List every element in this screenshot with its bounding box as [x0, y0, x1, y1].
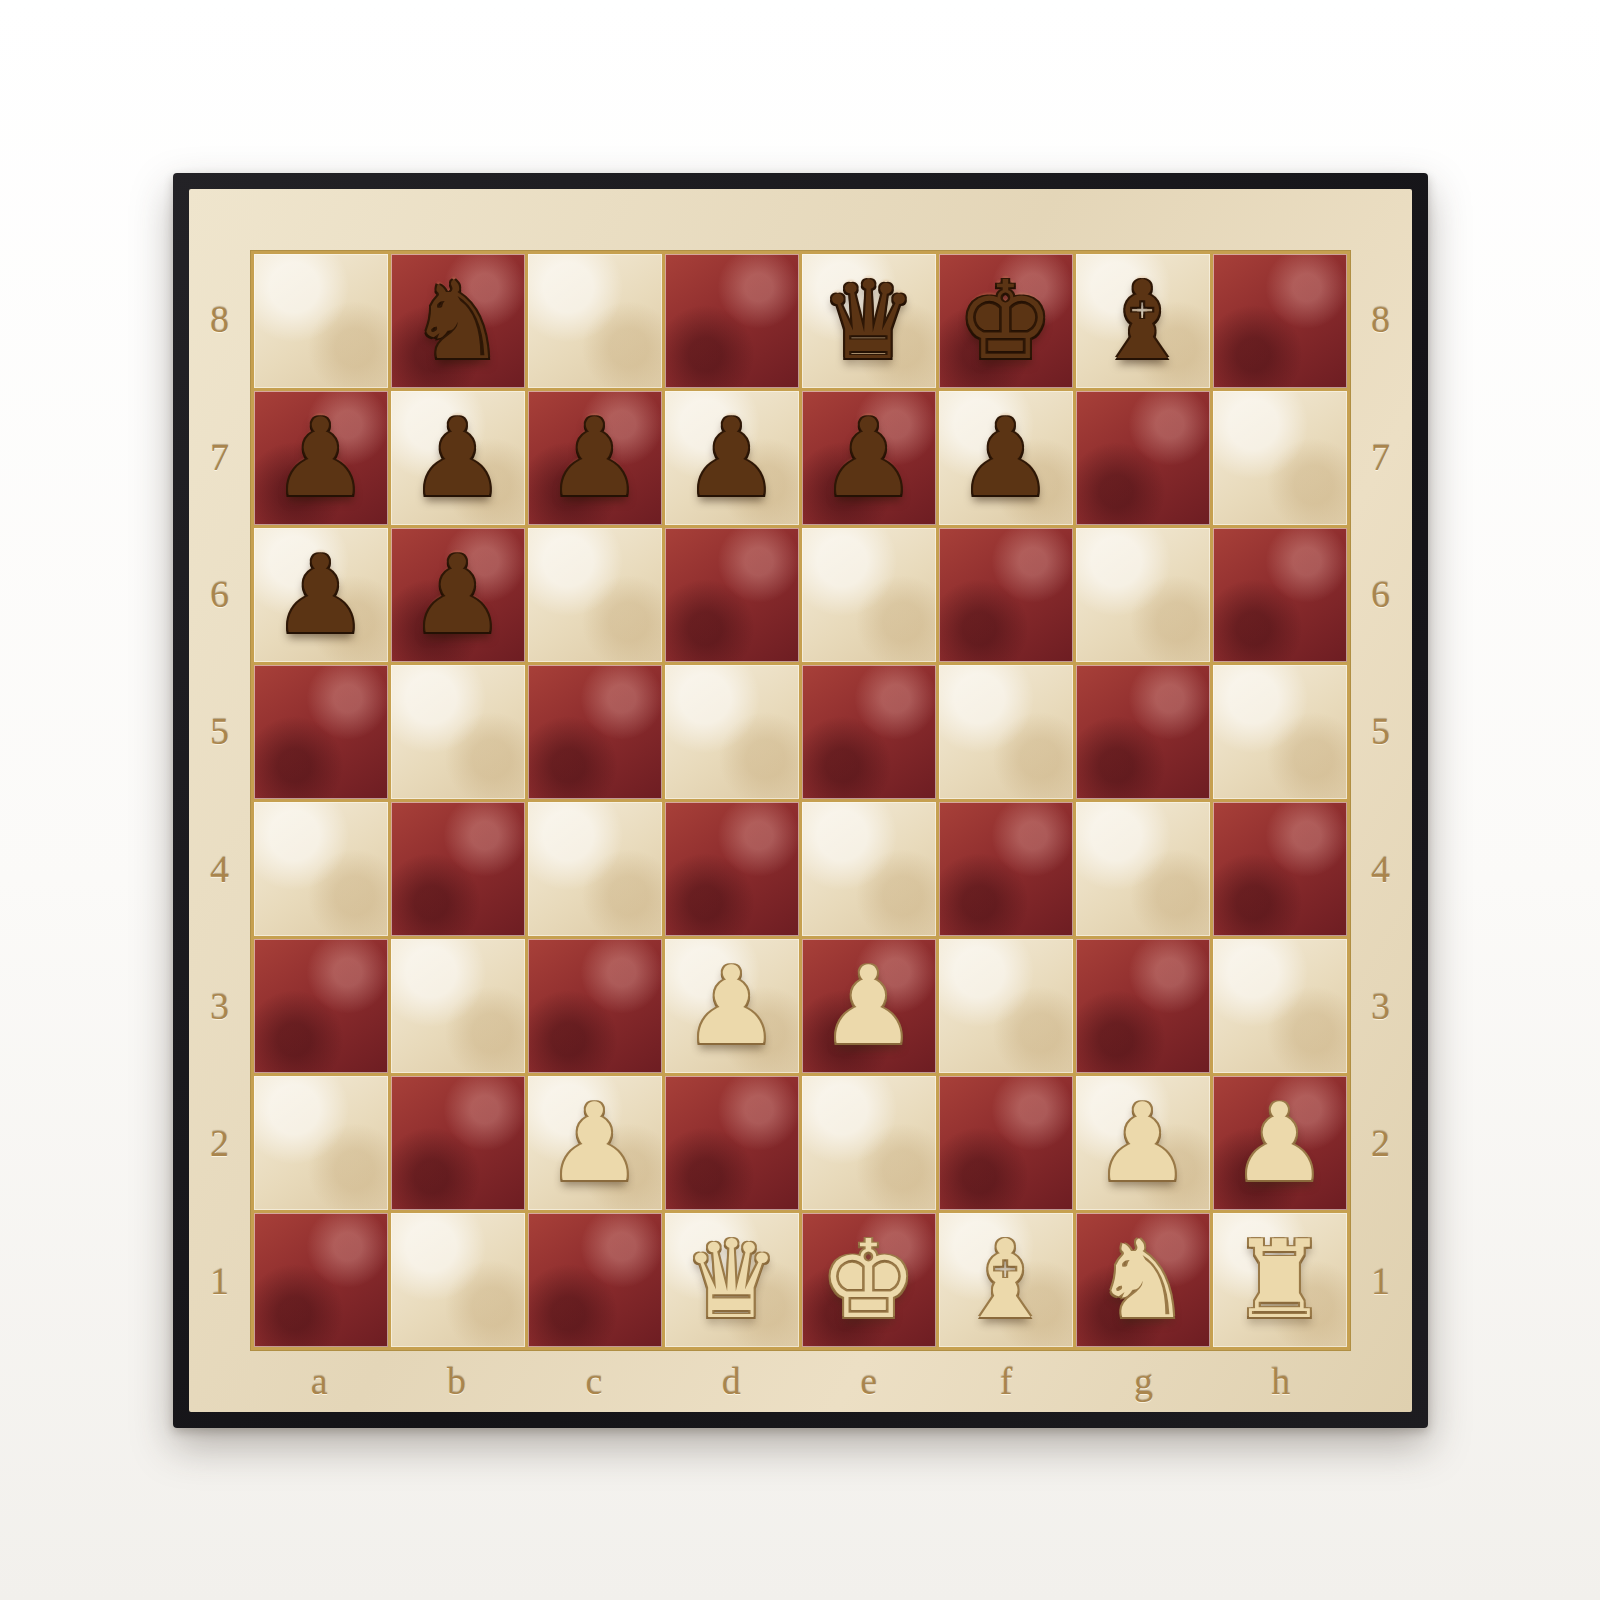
square-h5[interactable] — [1213, 665, 1347, 799]
square-e4[interactable] — [802, 802, 936, 936]
square-g5[interactable] — [1076, 665, 1210, 799]
rank-label-1: 1 — [1350, 1212, 1412, 1349]
square-b4[interactable] — [391, 802, 525, 936]
square-f3[interactable] — [939, 939, 1073, 1073]
rank-label-6: 6 — [1350, 525, 1412, 662]
rank-labels-left: 12345678 — [189, 251, 251, 1350]
square-f1[interactable]: ♝ — [939, 1213, 1073, 1347]
white-pawn[interactable]: ♟ — [665, 939, 799, 1073]
square-d1[interactable]: ♛ — [665, 1213, 799, 1347]
black-pawn[interactable]: ♟ — [391, 528, 525, 662]
black-pawn[interactable]: ♟ — [939, 391, 1073, 525]
square-g8[interactable]: ♝ — [1076, 254, 1210, 388]
square-b8[interactable]: ♞ — [391, 254, 525, 388]
square-e5[interactable] — [802, 665, 936, 799]
chessboard-marble-border: ♞♛♚♝♟♟♟♟♟♟♟♟♟♟♟♟♟♛♚♝♞♜ abcdefgh 12345678… — [189, 189, 1412, 1412]
square-g4[interactable] — [1076, 802, 1210, 936]
file-label-d: d — [663, 1350, 800, 1412]
square-h7[interactable] — [1213, 391, 1347, 525]
file-label-e: e — [800, 1350, 937, 1412]
file-labels-bottom: abcdefgh — [251, 1350, 1350, 1412]
file-label-b: b — [388, 1350, 525, 1412]
square-b1[interactable] — [391, 1213, 525, 1347]
square-h4[interactable] — [1213, 802, 1347, 936]
square-h6[interactable] — [1213, 528, 1347, 662]
square-f8[interactable]: ♚ — [939, 254, 1073, 388]
square-d6[interactable] — [665, 528, 799, 662]
square-c3[interactable] — [528, 939, 662, 1073]
black-pawn[interactable]: ♟ — [254, 391, 388, 525]
square-d4[interactable] — [665, 802, 799, 936]
rank-label-5: 5 — [189, 663, 251, 800]
white-pawn[interactable]: ♟ — [528, 1076, 662, 1210]
square-g6[interactable] — [1076, 528, 1210, 662]
black-bishop[interactable]: ♝ — [1076, 254, 1210, 388]
square-e7[interactable]: ♟ — [802, 391, 936, 525]
square-h8[interactable] — [1213, 254, 1347, 388]
square-c6[interactable] — [528, 528, 662, 662]
white-knight[interactable]: ♞ — [1076, 1213, 1210, 1347]
square-g1[interactable]: ♞ — [1076, 1213, 1210, 1347]
square-h2[interactable]: ♟ — [1213, 1076, 1347, 1210]
white-pawn[interactable]: ♟ — [1213, 1076, 1347, 1210]
rank-label-7: 7 — [1350, 388, 1412, 525]
square-d5[interactable] — [665, 665, 799, 799]
square-c4[interactable] — [528, 802, 662, 936]
white-pawn[interactable]: ♟ — [1076, 1076, 1210, 1210]
rank-label-5: 5 — [1350, 663, 1412, 800]
rank-label-2: 2 — [1350, 1075, 1412, 1212]
chessboard-frame: ♞♛♚♝♟♟♟♟♟♟♟♟♟♟♟♟♟♛♚♝♞♜ abcdefgh 12345678… — [173, 173, 1428, 1428]
rank-label-1: 1 — [189, 1212, 251, 1349]
square-f4[interactable] — [939, 802, 1073, 936]
rank-label-3: 3 — [1350, 937, 1412, 1074]
square-d3[interactable]: ♟ — [665, 939, 799, 1073]
file-label-a: a — [251, 1350, 388, 1412]
file-label-h: h — [1212, 1350, 1349, 1412]
square-a3[interactable] — [254, 939, 388, 1073]
file-label-c: c — [525, 1350, 662, 1412]
square-f6[interactable] — [939, 528, 1073, 662]
black-pawn[interactable]: ♟ — [665, 391, 799, 525]
square-g2[interactable]: ♟ — [1076, 1076, 1210, 1210]
square-f7[interactable]: ♟ — [939, 391, 1073, 525]
rank-label-7: 7 — [189, 388, 251, 525]
square-c5[interactable] — [528, 665, 662, 799]
rank-label-2: 2 — [189, 1075, 251, 1212]
rank-labels-right: 12345678 — [1350, 251, 1412, 1350]
square-e2[interactable] — [802, 1076, 936, 1210]
black-pawn[interactable]: ♟ — [254, 528, 388, 662]
rank-label-4: 4 — [1350, 800, 1412, 937]
black-king[interactable]: ♚ — [939, 254, 1073, 388]
square-c7[interactable]: ♟ — [528, 391, 662, 525]
rank-label-8: 8 — [189, 251, 251, 388]
square-a1[interactable] — [254, 1213, 388, 1347]
rank-label-8: 8 — [1350, 251, 1412, 388]
square-e1[interactable]: ♚ — [802, 1213, 936, 1347]
file-label-g: g — [1075, 1350, 1212, 1412]
square-b5[interactable] — [391, 665, 525, 799]
square-a6[interactable]: ♟ — [254, 528, 388, 662]
file-label-f: f — [937, 1350, 1074, 1412]
square-f5[interactable] — [939, 665, 1073, 799]
square-d2[interactable] — [665, 1076, 799, 1210]
black-queen[interactable]: ♛ — [802, 254, 936, 388]
white-queen[interactable]: ♛ — [665, 1213, 799, 1347]
white-king[interactable]: ♚ — [802, 1213, 936, 1347]
square-a4[interactable] — [254, 802, 388, 936]
black-pawn[interactable]: ♟ — [528, 391, 662, 525]
black-pawn[interactable]: ♟ — [391, 391, 525, 525]
black-knight[interactable]: ♞ — [391, 254, 525, 388]
white-rook[interactable]: ♜ — [1213, 1213, 1347, 1347]
square-h1[interactable]: ♜ — [1213, 1213, 1347, 1347]
square-c1[interactable] — [528, 1213, 662, 1347]
square-b2[interactable] — [391, 1076, 525, 1210]
square-e6[interactable] — [802, 528, 936, 662]
chessboard-grid: ♞♛♚♝♟♟♟♟♟♟♟♟♟♟♟♟♟♛♚♝♞♜ — [251, 251, 1350, 1350]
rank-label-4: 4 — [189, 800, 251, 937]
white-bishop[interactable]: ♝ — [939, 1213, 1073, 1347]
rank-label-3: 3 — [189, 937, 251, 1074]
square-b7[interactable]: ♟ — [391, 391, 525, 525]
square-b3[interactable] — [391, 939, 525, 1073]
square-a8[interactable] — [254, 254, 388, 388]
square-e8[interactable]: ♛ — [802, 254, 936, 388]
square-a5[interactable] — [254, 665, 388, 799]
rank-label-6: 6 — [189, 525, 251, 662]
square-h3[interactable] — [1213, 939, 1347, 1073]
square-g7[interactable] — [1076, 391, 1210, 525]
white-pawn[interactable]: ♟ — [802, 939, 936, 1073]
square-g3[interactable] — [1076, 939, 1210, 1073]
square-b6[interactable]: ♟ — [391, 528, 525, 662]
square-e3[interactable]: ♟ — [802, 939, 936, 1073]
black-pawn[interactable]: ♟ — [802, 391, 936, 525]
square-f2[interactable] — [939, 1076, 1073, 1210]
square-d7[interactable]: ♟ — [665, 391, 799, 525]
square-d8[interactable] — [665, 254, 799, 388]
square-c2[interactable]: ♟ — [528, 1076, 662, 1210]
square-a7[interactable]: ♟ — [254, 391, 388, 525]
square-c8[interactable] — [528, 254, 662, 388]
square-a2[interactable] — [254, 1076, 388, 1210]
photo-background: ♞♛♚♝♟♟♟♟♟♟♟♟♟♟♟♟♟♛♚♝♞♜ abcdefgh 12345678… — [0, 0, 1600, 1600]
